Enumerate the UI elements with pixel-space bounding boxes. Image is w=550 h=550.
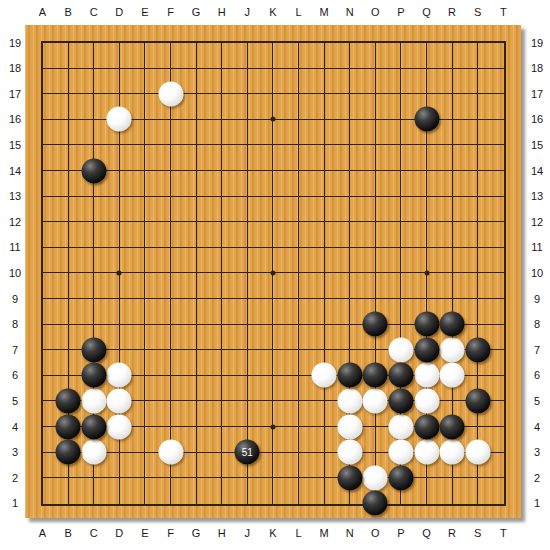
star-point-K4 — [270, 424, 275, 429]
board-cell — [43, 197, 69, 223]
coord-left-7: 7 — [12, 344, 18, 356]
coord-bottom-O: O — [371, 527, 380, 539]
move-number-label: 51 — [242, 447, 253, 457]
coord-top-T: T — [500, 6, 507, 18]
board-cell — [273, 478, 299, 504]
board-cell — [478, 478, 504, 504]
board-cell — [120, 197, 146, 223]
board-cell — [299, 273, 325, 299]
board-cell — [94, 248, 120, 274]
board-cell — [325, 94, 351, 120]
coord-right-5: 5 — [534, 395, 540, 407]
stone-black-B3[interactable] — [56, 440, 81, 465]
board-cell — [478, 222, 504, 248]
board-cell — [325, 325, 351, 351]
board-cell — [299, 145, 325, 171]
stone-black-S5[interactable] — [465, 388, 490, 413]
board-cell — [376, 197, 402, 223]
coord-right-6: 6 — [534, 369, 540, 381]
board-cell — [299, 43, 325, 69]
coord-left-12: 12 — [9, 216, 21, 228]
board-cell — [222, 325, 248, 351]
board-cell — [120, 171, 146, 197]
board-cell — [350, 94, 376, 120]
board-cell — [120, 145, 146, 171]
board-cell — [325, 120, 351, 146]
stone-black-Q7[interactable] — [414, 337, 439, 362]
coord-right-8: 8 — [534, 318, 540, 330]
board-cell — [273, 273, 299, 299]
star-point-D10 — [117, 270, 122, 275]
board-cell — [197, 478, 223, 504]
board-cell — [427, 273, 453, 299]
board-cell — [43, 299, 69, 325]
board-cell — [69, 69, 95, 95]
board-cell — [376, 248, 402, 274]
board-cell — [453, 478, 479, 504]
board-cell — [273, 171, 299, 197]
board-cell — [197, 248, 223, 274]
board-cell — [94, 43, 120, 69]
stone-white-R3[interactable] — [440, 440, 465, 465]
coord-left-6: 6 — [12, 369, 18, 381]
coord-top-B: B — [64, 6, 71, 18]
board-cell — [427, 171, 453, 197]
coord-bottom-F: F — [167, 527, 174, 539]
board-cell — [43, 69, 69, 95]
board-cell — [43, 325, 69, 351]
board-cell — [325, 273, 351, 299]
coord-top-Q: Q — [422, 6, 431, 18]
board-cell — [197, 325, 223, 351]
board-cell — [401, 248, 427, 274]
board-cell — [197, 43, 223, 69]
board-cell — [401, 145, 427, 171]
coord-right-4: 4 — [534, 421, 540, 433]
stone-white-D6[interactable] — [107, 363, 132, 388]
stone-white-Q5[interactable] — [414, 388, 439, 413]
board-cell — [325, 248, 351, 274]
coord-left-2: 2 — [12, 472, 18, 484]
board-cell — [171, 376, 197, 402]
stone-black-O1[interactable] — [363, 491, 388, 516]
board-cell — [145, 171, 171, 197]
coord-right-10: 10 — [531, 267, 543, 279]
board-cell — [145, 120, 171, 146]
coord-bottom-D: D — [115, 527, 123, 539]
stone-black-C7[interactable] — [81, 337, 106, 362]
stone-black-N2[interactable] — [337, 465, 362, 490]
board-cell — [69, 43, 95, 69]
board-cell — [427, 43, 453, 69]
board-cell — [453, 222, 479, 248]
stone-white-F17[interactable] — [158, 81, 183, 106]
board-cell — [94, 478, 120, 504]
stone-black-R4[interactable] — [440, 414, 465, 439]
board-cell — [299, 222, 325, 248]
stone-black-Q4[interactable] — [414, 414, 439, 439]
stone-white-P4[interactable] — [388, 414, 413, 439]
stone-black-C6[interactable] — [81, 363, 106, 388]
board-cell — [350, 171, 376, 197]
board-cell — [350, 197, 376, 223]
board-cell — [248, 299, 274, 325]
board-cell — [401, 171, 427, 197]
board-cell — [197, 171, 223, 197]
board-cell — [69, 248, 95, 274]
coord-top-D: D — [115, 6, 123, 18]
board-cell — [325, 222, 351, 248]
board-cell — [145, 145, 171, 171]
board-cell — [325, 69, 351, 95]
board-cell — [350, 145, 376, 171]
board-cell — [478, 120, 504, 146]
board-cell — [427, 197, 453, 223]
board-cell — [273, 248, 299, 274]
coord-left-16: 16 — [9, 113, 21, 125]
board-cell — [248, 69, 274, 95]
stone-white-M6[interactable] — [312, 363, 337, 388]
stone-black-P2[interactable] — [388, 465, 413, 490]
board-cell — [350, 69, 376, 95]
coord-bottom-E: E — [141, 527, 148, 539]
coord-right-1: 1 — [534, 497, 540, 509]
board-cell — [69, 478, 95, 504]
board-cell — [273, 350, 299, 376]
board-cell — [145, 197, 171, 223]
coord-right-12: 12 — [531, 216, 543, 228]
board-cell — [299, 248, 325, 274]
board-cell — [325, 171, 351, 197]
coord-top-G: G — [192, 6, 201, 18]
stone-black-O6[interactable] — [363, 363, 388, 388]
coord-left-4: 4 — [12, 421, 18, 433]
board-cell — [171, 248, 197, 274]
board-cell — [325, 197, 351, 223]
stone-black-P6[interactable] — [388, 363, 413, 388]
board-cell — [273, 145, 299, 171]
board-cell — [94, 197, 120, 223]
board-cell — [376, 171, 402, 197]
stone-white-R7[interactable] — [440, 337, 465, 362]
coord-left-1: 1 — [12, 497, 18, 509]
board-cell — [350, 273, 376, 299]
star-point-Q10 — [424, 270, 429, 275]
coord-left-11: 11 — [9, 241, 20, 253]
board-cell — [350, 120, 376, 146]
board-cell — [120, 453, 146, 479]
board-cell — [171, 350, 197, 376]
board-cell — [248, 350, 274, 376]
coord-bottom-N: N — [346, 527, 354, 539]
coord-right-2: 2 — [534, 472, 540, 484]
coord-right-3: 3 — [534, 446, 540, 458]
board-cell — [273, 43, 299, 69]
board-cell — [222, 350, 248, 376]
stone-white-O2[interactable] — [363, 465, 388, 490]
board-cell — [325, 299, 351, 325]
coord-right-11: 11 — [531, 241, 542, 253]
board-cell — [325, 145, 351, 171]
board-cell — [248, 197, 274, 223]
stone-black-S7[interactable] — [465, 337, 490, 362]
coord-left-8: 8 — [12, 318, 18, 330]
board-cell — [401, 273, 427, 299]
board-cell — [197, 145, 223, 171]
board-cell — [453, 43, 479, 69]
stone-black-C14[interactable] — [81, 158, 106, 183]
board-cell — [299, 171, 325, 197]
board-cell — [273, 401, 299, 427]
board-cell — [197, 350, 223, 376]
board-cell — [248, 43, 274, 69]
board-cell — [273, 427, 299, 453]
stone-white-D5[interactable] — [107, 388, 132, 413]
coord-top-H: H — [218, 6, 226, 18]
coord-left-14: 14 — [9, 165, 21, 177]
board-cell — [69, 299, 95, 325]
board-cell — [171, 478, 197, 504]
board-cell — [376, 69, 402, 95]
board-cell — [69, 222, 95, 248]
coord-bottom-T: T — [500, 527, 507, 539]
board-cell — [171, 120, 197, 146]
board-cell — [478, 273, 504, 299]
board-cell — [43, 273, 69, 299]
board-cell — [248, 171, 274, 197]
stone-white-S3[interactable] — [465, 440, 490, 465]
board-cell — [197, 427, 223, 453]
stone-black-P5[interactable] — [388, 388, 413, 413]
board-cell — [69, 197, 95, 223]
board-cell — [222, 197, 248, 223]
board-cell — [478, 69, 504, 95]
coord-bottom-Q: Q — [422, 527, 431, 539]
board-cell — [453, 197, 479, 223]
board-cell — [248, 222, 274, 248]
board-cell — [145, 299, 171, 325]
board-cell — [197, 94, 223, 120]
board-cell — [350, 43, 376, 69]
board-cell — [376, 145, 402, 171]
coord-right-17: 17 — [531, 88, 543, 100]
board-cell — [120, 299, 146, 325]
board-cell — [273, 197, 299, 223]
board-cell — [43, 94, 69, 120]
stone-white-R6[interactable] — [440, 363, 465, 388]
stone-black-Q8[interactable] — [414, 312, 439, 337]
stone-black-O8[interactable] — [363, 312, 388, 337]
board-cell — [222, 222, 248, 248]
board-cell — [94, 273, 120, 299]
board-cell — [401, 69, 427, 95]
board-cell — [299, 299, 325, 325]
board-cell — [197, 376, 223, 402]
board-cell — [222, 299, 248, 325]
board-cell — [248, 376, 274, 402]
board-cell — [478, 299, 504, 325]
board-cell — [376, 222, 402, 248]
stone-white-N3[interactable] — [337, 440, 362, 465]
coord-bottom-K: K — [269, 527, 276, 539]
board-cell — [427, 69, 453, 95]
coord-top-E: E — [141, 6, 148, 18]
coord-top-O: O — [371, 6, 380, 18]
board-cell — [120, 69, 146, 95]
board-cell — [401, 197, 427, 223]
board-cell — [453, 69, 479, 95]
stone-black-Q16[interactable] — [414, 107, 439, 132]
coord-top-A: A — [39, 6, 46, 18]
stone-black-N6[interactable] — [337, 363, 362, 388]
board-cell — [299, 69, 325, 95]
stone-white-Q6[interactable] — [414, 363, 439, 388]
coord-bottom-G: G — [192, 527, 201, 539]
stone-white-F3[interactable] — [158, 440, 183, 465]
board-cell — [273, 376, 299, 402]
board-cell — [43, 248, 69, 274]
coord-bottom-M: M — [320, 527, 329, 539]
coord-right-18: 18 — [531, 62, 543, 74]
board-cell — [427, 145, 453, 171]
board-cell — [145, 43, 171, 69]
board-cell — [248, 94, 274, 120]
board-cell — [299, 427, 325, 453]
coord-right-15: 15 — [531, 139, 543, 151]
board-cell — [171, 325, 197, 351]
stone-white-N4[interactable] — [337, 414, 362, 439]
coord-top-M: M — [320, 6, 329, 18]
coord-bottom-J: J — [245, 527, 251, 539]
board-cell — [69, 94, 95, 120]
board-cell — [376, 94, 402, 120]
board-cell — [427, 248, 453, 274]
board-cell — [120, 325, 146, 351]
stone-white-D4[interactable] — [107, 414, 132, 439]
coord-right-16: 16 — [531, 113, 543, 125]
board-cell — [171, 299, 197, 325]
coord-left-5: 5 — [12, 395, 18, 407]
board-cell — [145, 376, 171, 402]
stone-black-R8[interactable] — [440, 312, 465, 337]
board-cell — [197, 273, 223, 299]
coord-top-N: N — [346, 6, 354, 18]
coord-top-C: C — [90, 6, 98, 18]
board-cell — [273, 453, 299, 479]
stone-white-P3[interactable] — [388, 440, 413, 465]
stone-white-P7[interactable] — [388, 337, 413, 362]
board-cell — [350, 222, 376, 248]
coord-bottom-L: L — [295, 527, 301, 539]
coord-top-L: L — [295, 6, 301, 18]
board-cell — [145, 222, 171, 248]
board-cell — [299, 325, 325, 351]
board-cell — [248, 145, 274, 171]
board-cell — [145, 273, 171, 299]
board-cell — [478, 171, 504, 197]
board-cell — [478, 248, 504, 274]
board-cell — [325, 43, 351, 69]
board-cell — [248, 248, 274, 274]
board-cell — [43, 222, 69, 248]
coord-left-17: 17 — [9, 88, 21, 100]
coord-left-10: 10 — [9, 267, 21, 279]
coord-top-F: F — [167, 6, 174, 18]
coord-left-19: 19 — [9, 37, 21, 49]
board-cell — [299, 94, 325, 120]
stone-black-B5[interactable] — [56, 388, 81, 413]
board-cell — [478, 145, 504, 171]
coord-bottom-B: B — [64, 527, 71, 539]
board-cell — [222, 273, 248, 299]
board-cell — [222, 120, 248, 146]
board-cell — [273, 325, 299, 351]
board-cell — [120, 248, 146, 274]
board-cell — [478, 43, 504, 69]
coord-left-3: 3 — [12, 446, 18, 458]
stone-black-C4[interactable] — [81, 414, 106, 439]
board-cell — [197, 401, 223, 427]
board-cell — [453, 94, 479, 120]
stone-black-J3[interactable]: 51 — [235, 440, 260, 465]
board-cell — [453, 171, 479, 197]
board-cell — [222, 376, 248, 402]
board-cell — [197, 120, 223, 146]
stone-white-C3[interactable] — [81, 440, 106, 465]
board-cell — [120, 273, 146, 299]
board-cell — [222, 401, 248, 427]
board-cell — [69, 273, 95, 299]
coord-top-K: K — [269, 6, 276, 18]
board-cell — [171, 171, 197, 197]
board-cell — [273, 69, 299, 95]
board-cell — [43, 120, 69, 146]
board-cell — [299, 478, 325, 504]
page: AABBCCDDEEFFGGHHJJKKLLMMNNOOPPQQRRSSTT19… — [0, 0, 550, 550]
board-cell — [273, 120, 299, 146]
coord-right-19: 19 — [531, 37, 543, 49]
star-point-K10 — [270, 270, 275, 275]
board-cell — [171, 273, 197, 299]
coord-top-R: R — [448, 6, 456, 18]
stone-white-N5[interactable] — [337, 388, 362, 413]
board-cell — [299, 453, 325, 479]
board-cell — [453, 248, 479, 274]
board-cell — [376, 43, 402, 69]
board-cell — [453, 273, 479, 299]
stone-white-Q3[interactable] — [414, 440, 439, 465]
board-cell — [299, 401, 325, 427]
coord-bottom-P: P — [397, 527, 404, 539]
board-cell — [248, 401, 274, 427]
stone-white-O5[interactable] — [363, 388, 388, 413]
board-cell — [171, 145, 197, 171]
board-cell — [43, 171, 69, 197]
go-board[interactable]: 51 — [25, 25, 521, 518]
coord-bottom-H: H — [218, 527, 226, 539]
stone-white-C5[interactable] — [81, 388, 106, 413]
board-cell — [299, 120, 325, 146]
board-cell — [197, 222, 223, 248]
board-cell — [43, 350, 69, 376]
board-cell — [120, 43, 146, 69]
board-cell — [145, 248, 171, 274]
coord-top-J: J — [245, 6, 251, 18]
board-cell — [43, 43, 69, 69]
stone-white-D16[interactable] — [107, 107, 132, 132]
stone-black-B4[interactable] — [56, 414, 81, 439]
board-cell — [453, 145, 479, 171]
